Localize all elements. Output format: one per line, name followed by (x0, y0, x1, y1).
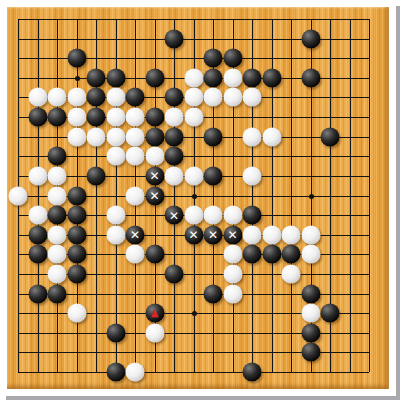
white-stone[interactable] (28, 166, 47, 185)
white-stone[interactable] (126, 147, 145, 166)
white-stone[interactable] (48, 88, 67, 107)
black-stone[interactable] (28, 284, 47, 303)
white-stone[interactable] (106, 127, 125, 146)
black-stone[interactable] (321, 127, 340, 146)
white-stone[interactable] (223, 206, 242, 225)
white-stone[interactable] (243, 127, 262, 146)
white-stone[interactable] (204, 206, 223, 225)
white-stone[interactable] (204, 88, 223, 107)
black-stone[interactable] (165, 264, 184, 283)
black-stone[interactable] (106, 363, 125, 382)
black-stone[interactable] (87, 68, 106, 87)
black-stone[interactable] (301, 323, 320, 342)
star-point (75, 76, 80, 81)
black-stone[interactable] (67, 225, 86, 244)
black-stone[interactable] (28, 108, 47, 127)
white-stone[interactable] (282, 264, 301, 283)
black-stone[interactable] (67, 49, 86, 68)
white-stone[interactable] (145, 147, 164, 166)
black-stone[interactable] (165, 88, 184, 107)
board-drop-shadow-right (396, 6, 400, 400)
white-stone[interactable] (243, 225, 262, 244)
white-stone[interactable] (184, 108, 203, 127)
black-stone[interactable] (28, 225, 47, 244)
x-mark-icon: ✕ (227, 229, 237, 241)
triangle-mark-icon: ▲ (151, 308, 159, 318)
grid-line-horizontal (18, 372, 369, 373)
black-stone[interactable] (48, 147, 67, 166)
white-stone[interactable] (282, 225, 301, 244)
white-stone[interactable] (106, 147, 125, 166)
white-stone[interactable] (184, 88, 203, 107)
black-stone[interactable] (301, 343, 320, 362)
white-stone[interactable] (165, 108, 184, 127)
black-stone[interactable]: ✕ (145, 186, 164, 205)
grid-line-vertical (350, 19, 351, 372)
white-stone[interactable] (126, 127, 145, 146)
black-stone[interactable] (301, 68, 320, 87)
board-drop-shadow-bottom (6, 396, 400, 400)
black-stone[interactable] (87, 108, 106, 127)
white-stone[interactable] (28, 206, 47, 225)
white-stone[interactable] (67, 108, 86, 127)
grid-line-vertical (369, 19, 370, 372)
star-point (309, 194, 314, 199)
white-stone[interactable] (67, 88, 86, 107)
black-stone[interactable] (243, 68, 262, 87)
black-stone[interactable] (243, 245, 262, 264)
black-stone[interactable] (204, 166, 223, 185)
black-stone[interactable] (262, 68, 281, 87)
black-stone[interactable] (165, 147, 184, 166)
black-stone[interactable]: ✕ (165, 206, 184, 225)
black-stone[interactable] (301, 29, 320, 48)
white-stone[interactable] (243, 88, 262, 107)
black-stone[interactable]: ✕ (204, 225, 223, 244)
black-stone[interactable]: ✕ (145, 166, 164, 185)
white-stone[interactable] (145, 323, 164, 342)
black-stone[interactable] (87, 166, 106, 185)
white-stone[interactable] (184, 206, 203, 225)
white-stone[interactable] (243, 166, 262, 185)
black-stone[interactable] (165, 29, 184, 48)
black-stone[interactable] (67, 264, 86, 283)
black-stone[interactable]: ▲ (145, 304, 164, 323)
black-stone[interactable] (145, 108, 164, 127)
black-stone[interactable]: ✕ (223, 225, 242, 244)
white-stone[interactable] (48, 264, 67, 283)
x-mark-icon: ✕ (188, 229, 198, 241)
white-stone[interactable] (48, 166, 67, 185)
white-stone[interactable] (126, 245, 145, 264)
black-stone[interactable]: ✕ (126, 225, 145, 244)
black-stone[interactable] (67, 186, 86, 205)
white-stone[interactable] (301, 245, 320, 264)
white-stone[interactable] (223, 68, 242, 87)
black-stone[interactable]: ✕ (184, 225, 203, 244)
white-stone[interactable] (9, 186, 28, 205)
x-mark-icon: ✕ (130, 229, 140, 241)
x-mark-icon: ✕ (208, 229, 218, 241)
white-stone[interactable] (165, 166, 184, 185)
white-stone[interactable] (126, 186, 145, 205)
black-stone[interactable] (145, 68, 164, 87)
black-stone[interactable] (321, 304, 340, 323)
black-stone[interactable] (48, 206, 67, 225)
star-point (192, 194, 197, 199)
black-stone[interactable] (282, 245, 301, 264)
black-stone[interactable] (204, 284, 223, 303)
black-stone[interactable] (87, 88, 106, 107)
white-stone[interactable] (301, 225, 320, 244)
black-stone[interactable] (48, 284, 67, 303)
black-stone[interactable] (48, 108, 67, 127)
goban-grid[interactable]: ✕✕✕✕✕✕✕▲ (18, 19, 369, 372)
white-stone[interactable] (48, 225, 67, 244)
white-stone[interactable] (126, 108, 145, 127)
white-stone[interactable] (28, 88, 47, 107)
star-point (192, 311, 197, 316)
x-mark-icon: ✕ (149, 190, 159, 202)
white-stone[interactable] (262, 225, 281, 244)
white-stone[interactable] (67, 304, 86, 323)
white-stone[interactable] (106, 88, 125, 107)
go-board-screenshot: ✕✕✕✕✕✕✕▲ (0, 0, 400, 400)
black-stone[interactable] (145, 245, 164, 264)
x-mark-icon: ✕ (169, 209, 179, 221)
black-stone[interactable] (145, 127, 164, 146)
white-stone[interactable] (301, 304, 320, 323)
white-stone[interactable] (184, 68, 203, 87)
black-stone[interactable] (126, 88, 145, 107)
black-stone[interactable] (301, 284, 320, 303)
white-stone[interactable] (87, 127, 106, 146)
black-stone[interactable] (204, 49, 223, 68)
white-stone[interactable] (223, 88, 242, 107)
black-stone[interactable] (204, 68, 223, 87)
black-stone[interactable] (165, 127, 184, 146)
goban-wood-surface: ✕✕✕✕✕✕✕▲ (7, 7, 389, 389)
white-stone[interactable] (126, 363, 145, 382)
black-stone[interactable] (28, 245, 47, 264)
white-stone[interactable] (223, 264, 242, 283)
white-stone[interactable] (67, 127, 86, 146)
black-stone[interactable] (106, 68, 125, 87)
black-stone[interactable] (106, 323, 125, 342)
white-stone[interactable] (223, 284, 242, 303)
white-stone[interactable] (223, 245, 242, 264)
white-stone[interactable] (262, 127, 281, 146)
black-stone[interactable] (243, 206, 262, 225)
white-stone[interactable] (48, 186, 67, 205)
white-stone[interactable] (184, 166, 203, 185)
black-stone[interactable] (67, 206, 86, 225)
grid-line-vertical (291, 19, 292, 372)
white-stone[interactable] (106, 108, 125, 127)
x-mark-icon: ✕ (149, 170, 159, 182)
white-stone[interactable] (106, 225, 125, 244)
white-stone[interactable] (106, 206, 125, 225)
black-stone[interactable] (243, 363, 262, 382)
white-stone[interactable] (48, 245, 67, 264)
black-stone[interactable] (67, 245, 86, 264)
black-stone[interactable] (223, 49, 242, 68)
black-stone[interactable] (204, 127, 223, 146)
black-stone[interactable] (262, 245, 281, 264)
